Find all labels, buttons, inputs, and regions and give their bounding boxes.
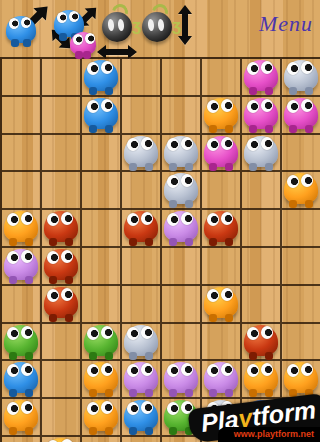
cell-r8c5[interactable] bbox=[202, 361, 242, 399]
eye-icon bbox=[261, 363, 273, 376]
eye-icon bbox=[287, 364, 299, 377]
eye-icon bbox=[181, 363, 193, 376]
eye-icon bbox=[9, 18, 19, 29]
eye-icon bbox=[7, 402, 19, 415]
cell-r8c1[interactable] bbox=[42, 361, 82, 399]
eye-icon bbox=[127, 327, 139, 340]
eye-icon bbox=[141, 212, 153, 225]
cell-r7c4[interactable] bbox=[162, 324, 202, 362]
powerup-bomb-row[interactable]: ʒ bbox=[102, 12, 132, 42]
cell-r6c0[interactable] bbox=[2, 286, 42, 324]
eye-icon bbox=[101, 326, 113, 339]
eye-icon bbox=[127, 213, 139, 226]
cell-r0c7[interactable] bbox=[282, 59, 320, 97]
cell-r6c3[interactable] bbox=[122, 286, 162, 324]
eye-icon bbox=[127, 138, 139, 151]
cell-r4c3[interactable] bbox=[122, 210, 162, 248]
eye-icon bbox=[207, 138, 219, 151]
cell-r3c3[interactable] bbox=[122, 172, 162, 210]
eye-icon bbox=[47, 251, 59, 264]
eye-icon bbox=[69, 11, 79, 22]
eye-icon bbox=[61, 288, 73, 301]
eye-icon bbox=[301, 363, 313, 376]
cell-r5c5[interactable] bbox=[202, 248, 242, 286]
eye-icon bbox=[247, 327, 259, 340]
piece-violet[interactable] bbox=[4, 249, 38, 280]
piece-orange[interactable] bbox=[84, 362, 118, 393]
cell-r0c3[interactable] bbox=[122, 59, 162, 97]
watermark-url: www.playtform.net bbox=[218, 427, 320, 442]
eye-icon bbox=[7, 213, 19, 226]
eye-icon bbox=[141, 326, 153, 339]
piece-orange[interactable] bbox=[284, 173, 318, 204]
cell-r8c3[interactable] bbox=[122, 361, 162, 399]
fuse-icon bbox=[149, 1, 171, 23]
piece-orange[interactable] bbox=[84, 400, 118, 431]
cell-r10c0[interactable] bbox=[2, 437, 42, 442]
eye-icon bbox=[85, 33, 95, 44]
eye-icon bbox=[301, 99, 313, 112]
cell-r2c3[interactable] bbox=[122, 135, 162, 173]
piece-pink[interactable] bbox=[244, 98, 278, 129]
eye-icon bbox=[301, 174, 313, 187]
piece-pink[interactable] bbox=[284, 98, 318, 129]
cell-r2c0[interactable] bbox=[2, 135, 42, 173]
cell-r1c2[interactable] bbox=[82, 97, 122, 135]
piece-pink[interactable] bbox=[244, 60, 278, 91]
watermark: Playtform www.playtform.net bbox=[145, 396, 320, 442]
eye-icon bbox=[61, 250, 73, 263]
piece-red[interactable] bbox=[204, 211, 238, 242]
cell-r4c2[interactable] bbox=[82, 210, 122, 248]
eye-icon bbox=[207, 213, 219, 226]
cell-r9c1[interactable] bbox=[42, 399, 82, 437]
eye-icon bbox=[221, 212, 233, 225]
piece-orange[interactable] bbox=[204, 287, 238, 318]
game-screen: ʒ ʒ Menu Playtform www.playtform.ne bbox=[0, 0, 320, 442]
cell-r8c0[interactable] bbox=[2, 361, 42, 399]
eye-icon bbox=[87, 327, 99, 340]
cell-r6c1[interactable] bbox=[42, 286, 82, 324]
piece-red[interactable] bbox=[44, 287, 78, 318]
cell-r5c1[interactable] bbox=[42, 248, 82, 286]
eye-icon bbox=[167, 364, 179, 377]
eye-icon bbox=[21, 326, 33, 339]
cell-r8c4[interactable] bbox=[162, 361, 202, 399]
piece-red[interactable] bbox=[44, 249, 78, 280]
vertical-arrow-icon bbox=[178, 4, 192, 46]
piece-blue[interactable] bbox=[84, 98, 118, 129]
cell-r6c7[interactable] bbox=[282, 286, 320, 324]
eye-icon bbox=[21, 250, 33, 263]
piece-gray[interactable] bbox=[164, 136, 198, 167]
piece-gray[interactable] bbox=[124, 136, 158, 167]
piece-violet[interactable] bbox=[164, 362, 198, 393]
cell-r1c6[interactable] bbox=[242, 97, 282, 135]
piece-blue[interactable] bbox=[84, 60, 118, 91]
eye-icon bbox=[7, 251, 19, 264]
piece-orange[interactable] bbox=[4, 211, 38, 242]
cell-r5c3[interactable] bbox=[122, 248, 162, 286]
eye-icon bbox=[207, 289, 219, 302]
cell-r5c2[interactable] bbox=[82, 248, 122, 286]
board bbox=[0, 57, 320, 442]
cell-r5c6[interactable] bbox=[242, 248, 282, 286]
bomb-icon: ʒ bbox=[142, 12, 172, 42]
cell-r5c4[interactable] bbox=[162, 248, 202, 286]
eye-icon bbox=[221, 363, 233, 376]
fuse-spark-icon: ʒ bbox=[132, 16, 141, 36]
eye-icon bbox=[101, 99, 113, 112]
eye-icon bbox=[47, 213, 59, 226]
blue-creature-icon bbox=[6, 16, 36, 43]
eye-icon bbox=[87, 402, 99, 415]
eye-icon bbox=[21, 212, 33, 225]
eye-icon bbox=[141, 363, 153, 376]
cell-r1c7[interactable] bbox=[282, 97, 320, 135]
cell-r1c0[interactable] bbox=[2, 97, 42, 135]
piece-red[interactable] bbox=[124, 211, 158, 242]
eye-icon bbox=[61, 212, 73, 225]
cell-r4c7[interactable] bbox=[282, 210, 320, 248]
cell-r6c2[interactable] bbox=[82, 286, 122, 324]
eye-icon bbox=[287, 62, 299, 75]
eye-icon bbox=[87, 100, 99, 113]
cell-r0c2[interactable] bbox=[82, 59, 122, 97]
piece-gray[interactable] bbox=[284, 60, 318, 91]
cell-r10c2[interactable] bbox=[82, 437, 122, 442]
cell-r5c7[interactable] bbox=[282, 248, 320, 286]
cell-r3c0[interactable] bbox=[2, 172, 42, 210]
piece-violet[interactable] bbox=[164, 211, 198, 242]
fuse-icon bbox=[109, 1, 131, 23]
piece-violet[interactable] bbox=[204, 362, 238, 393]
eye-icon bbox=[57, 12, 67, 23]
cell-r10c1[interactable] bbox=[42, 437, 82, 442]
cell-r2c2[interactable] bbox=[82, 135, 122, 173]
piece-gray[interactable] bbox=[244, 136, 278, 167]
eye-icon bbox=[21, 17, 31, 28]
eye-icon bbox=[261, 99, 273, 112]
pink-creature-icon bbox=[70, 32, 96, 55]
cell-r3c5[interactable] bbox=[202, 172, 242, 210]
header-bar: ʒ ʒ Menu bbox=[0, 0, 320, 57]
piece-pink[interactable] bbox=[204, 136, 238, 167]
cell-r3c6[interactable] bbox=[242, 172, 282, 210]
eye-icon bbox=[101, 401, 113, 414]
powerup-move-piece[interactable] bbox=[6, 16, 36, 43]
piece-blue[interactable] bbox=[4, 362, 38, 393]
cell-r2c4[interactable] bbox=[162, 135, 202, 173]
cell-r7c2[interactable] bbox=[82, 324, 122, 362]
cell-r4c6[interactable] bbox=[242, 210, 282, 248]
eye-icon bbox=[247, 62, 259, 75]
piece-orange[interactable] bbox=[204, 98, 238, 129]
cell-r8c6[interactable] bbox=[242, 361, 282, 399]
eye-icon bbox=[127, 402, 139, 415]
eye-icon bbox=[87, 62, 99, 75]
cell-r6c6[interactable] bbox=[242, 286, 282, 324]
piece-red[interactable] bbox=[244, 325, 278, 356]
cell-r8c2[interactable] bbox=[82, 361, 122, 399]
cell-r0c6[interactable] bbox=[242, 59, 282, 97]
eye-icon bbox=[301, 61, 313, 74]
cell-r7c7[interactable] bbox=[282, 324, 320, 362]
bomb-feet-icon bbox=[145, 37, 169, 47]
piece-gray[interactable] bbox=[164, 173, 198, 204]
cell-r2c7[interactable] bbox=[282, 135, 320, 173]
eye-icon bbox=[167, 138, 179, 151]
cell-r3c1[interactable] bbox=[42, 172, 82, 210]
piece-green[interactable] bbox=[84, 325, 118, 356]
cell-r0c0[interactable] bbox=[2, 59, 42, 97]
cell-r0c4[interactable] bbox=[162, 59, 202, 97]
cell-r4c5[interactable] bbox=[202, 210, 242, 248]
eye-icon bbox=[47, 289, 59, 302]
eye-icon bbox=[127, 364, 139, 377]
eye-icon bbox=[167, 213, 179, 226]
eye-icon bbox=[261, 61, 273, 74]
eye-icon bbox=[181, 137, 193, 150]
eye-icon bbox=[247, 364, 259, 377]
cell-r7c5[interactable] bbox=[202, 324, 242, 362]
eye-icon bbox=[101, 363, 113, 376]
eye-icon bbox=[7, 364, 19, 377]
eye-icon bbox=[21, 363, 33, 376]
cell-r1c3[interactable] bbox=[122, 97, 162, 135]
eye-icon bbox=[7, 327, 19, 340]
piece-orange[interactable] bbox=[284, 362, 318, 393]
eye-icon bbox=[181, 212, 193, 225]
cell-r6c5[interactable] bbox=[202, 286, 242, 324]
cell-r3c2[interactable] bbox=[82, 172, 122, 210]
cell-r4c4[interactable] bbox=[162, 210, 202, 248]
cell-r1c4[interactable] bbox=[162, 97, 202, 135]
cell-r7c0[interactable] bbox=[2, 324, 42, 362]
eye-icon bbox=[181, 174, 193, 187]
piece-violet[interactable] bbox=[124, 362, 158, 393]
eye-icon bbox=[207, 364, 219, 377]
eye-icon bbox=[73, 34, 83, 45]
powerup-bomb-column[interactable]: ʒ bbox=[142, 12, 172, 42]
eye-icon bbox=[247, 100, 259, 113]
eye-icon bbox=[87, 364, 99, 377]
cell-r7c6[interactable] bbox=[242, 324, 282, 362]
powerup-swap-pieces[interactable] bbox=[52, 8, 96, 54]
eye-icon bbox=[261, 137, 273, 150]
piece-orange[interactable] bbox=[4, 400, 38, 431]
cell-r9c0[interactable] bbox=[2, 399, 42, 437]
eye-icon bbox=[221, 288, 233, 301]
eye-icon bbox=[141, 137, 153, 150]
cell-r0c1[interactable] bbox=[42, 59, 82, 97]
cell-r4c0[interactable] bbox=[2, 210, 42, 248]
eye-icon bbox=[221, 99, 233, 112]
cell-r1c1[interactable] bbox=[42, 97, 82, 135]
cell-r0c5[interactable] bbox=[202, 59, 242, 97]
piece-red[interactable] bbox=[44, 211, 78, 242]
cell-r4c1[interactable] bbox=[42, 210, 82, 248]
piece-gray[interactable] bbox=[124, 325, 158, 356]
cell-r3c7[interactable] bbox=[282, 172, 320, 210]
eye-icon bbox=[207, 100, 219, 113]
eye-icon bbox=[287, 100, 299, 113]
eye-icon bbox=[167, 175, 179, 188]
cell-r2c6[interactable] bbox=[242, 135, 282, 173]
eye-icon bbox=[261, 326, 273, 339]
cell-r5c0[interactable] bbox=[2, 248, 42, 286]
piece-orange[interactable] bbox=[244, 362, 278, 393]
eye-icon bbox=[247, 138, 259, 151]
bomb-icon: ʒ bbox=[102, 12, 132, 42]
cell-r2c5[interactable] bbox=[202, 135, 242, 173]
cell-r3c4[interactable] bbox=[162, 172, 202, 210]
eye-icon bbox=[101, 61, 113, 74]
menu-button[interactable]: Menu bbox=[259, 11, 313, 37]
cell-r7c1[interactable] bbox=[42, 324, 82, 362]
cell-r7c3[interactable] bbox=[122, 324, 162, 362]
cell-r9c2[interactable] bbox=[82, 399, 122, 437]
cell-r6c4[interactable] bbox=[162, 286, 202, 324]
cell-r2c1[interactable] bbox=[42, 135, 82, 173]
eye-icon bbox=[287, 175, 299, 188]
piece-green[interactable] bbox=[4, 325, 38, 356]
piece-orange[interactable] bbox=[44, 438, 78, 442]
eye-icon bbox=[21, 401, 33, 414]
eye-icon bbox=[221, 137, 233, 150]
cell-r1c5[interactable] bbox=[202, 97, 242, 135]
